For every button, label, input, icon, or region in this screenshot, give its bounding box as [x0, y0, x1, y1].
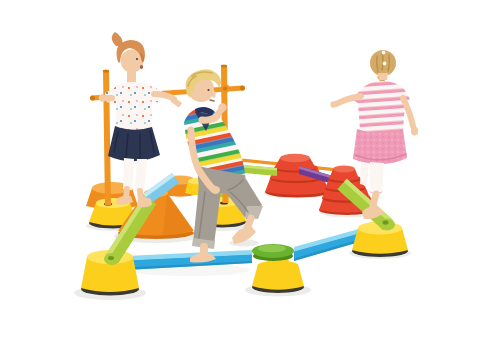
- hand-on-crossbar: [99, 94, 107, 102]
- balance-course-photo: [0, 0, 480, 345]
- hand-left: [330, 101, 336, 107]
- hand-right: [411, 127, 418, 136]
- mouth: [210, 100, 214, 101]
- eye: [136, 58, 138, 60]
- mouth: [140, 65, 143, 69]
- neck: [127, 71, 136, 83]
- calf: [373, 194, 376, 205]
- hand-down: [211, 186, 220, 194]
- hand-on-pole: [218, 103, 226, 111]
- neck: [378, 73, 388, 80]
- photo-stage: [0, 0, 480, 345]
- striped-tshirt: [353, 81, 410, 134]
- capri-front: [370, 162, 384, 194]
- hair-bobble-top: [382, 51, 386, 55]
- eye: [207, 89, 209, 91]
- hair-bobble-low: [383, 62, 387, 66]
